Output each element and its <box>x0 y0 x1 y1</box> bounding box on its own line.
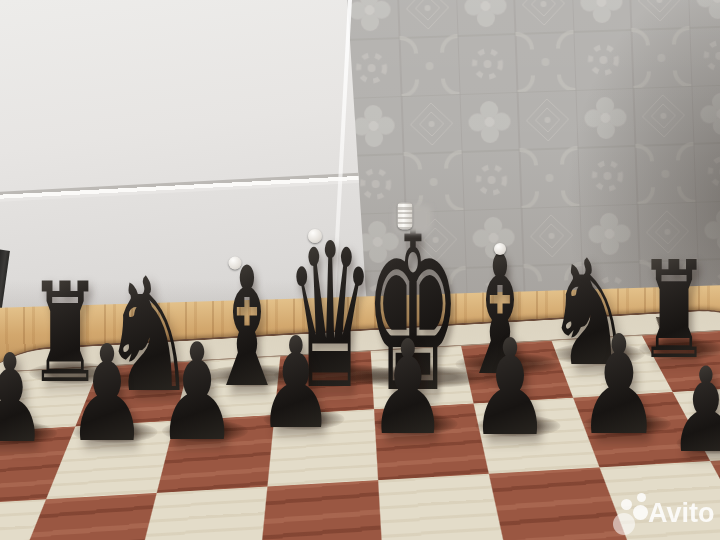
white-finial-plug <box>398 203 413 230</box>
white-finial-ball <box>229 257 242 270</box>
stage: Br ♜♞♝♛♚♝♞♜♟♟♟♟♟♟♟♟ Avito <box>0 0 720 540</box>
white-finial-ball <box>494 243 506 255</box>
white-finial-ball <box>308 229 322 243</box>
white-finials-layer <box>0 0 720 540</box>
